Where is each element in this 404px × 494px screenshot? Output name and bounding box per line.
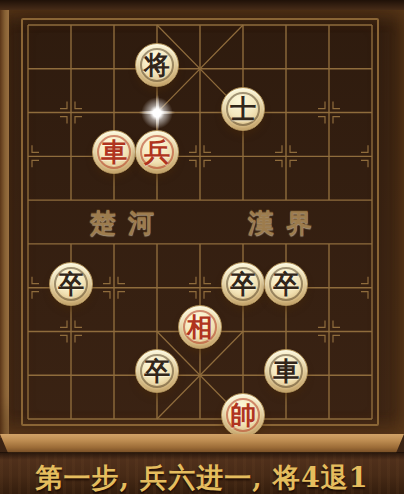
background-top-strip: [0, 0, 404, 10]
piece-black-chariot[interactable]: 車: [264, 349, 308, 393]
piece-glyph: 卒: [230, 271, 256, 297]
piece-glyph: 将: [144, 52, 170, 78]
piece-glyph: 兵: [144, 139, 170, 165]
piece-glyph: 卒: [58, 271, 84, 297]
piece-red-general[interactable]: 帥: [221, 393, 265, 437]
piece-glyph: 帥: [230, 402, 256, 428]
piece-black-pawn-a[interactable]: 卒: [49, 262, 93, 306]
board-left-edge: [0, 10, 9, 438]
move-caption: 第一步, 兵六进一, 将4退1: [0, 459, 404, 494]
piece-black-pawn-c[interactable]: 卒: [264, 262, 308, 306]
piece-glyph: 車: [101, 139, 127, 165]
piece-black-pawn-d[interactable]: 卒: [135, 349, 179, 393]
river-label-right: 漢界: [248, 203, 324, 243]
piece-glyph: 士: [230, 96, 256, 122]
piece-glyph: 相: [187, 314, 213, 340]
piece-glyph: 卒: [273, 271, 299, 297]
piece-glyph: 車: [273, 358, 299, 384]
piece-black-pawn-b[interactable]: 卒: [221, 262, 265, 306]
piece-red-chariot[interactable]: 車: [92, 130, 136, 174]
river-label-left: 楚河: [90, 203, 166, 243]
piece-red-pawn[interactable]: 兵: [135, 130, 179, 174]
piece-black-general[interactable]: 将: [135, 43, 179, 87]
xiangqi-puzzle-screen: 楚河 漢界 将士車兵卒卒卒相卒車帥 第一步, 兵六进一, 将4退1: [0, 0, 404, 494]
board-front-bevel: [0, 434, 404, 453]
piece-glyph: 卒: [144, 358, 170, 384]
piece-black-advisor[interactable]: 士: [221, 87, 265, 131]
